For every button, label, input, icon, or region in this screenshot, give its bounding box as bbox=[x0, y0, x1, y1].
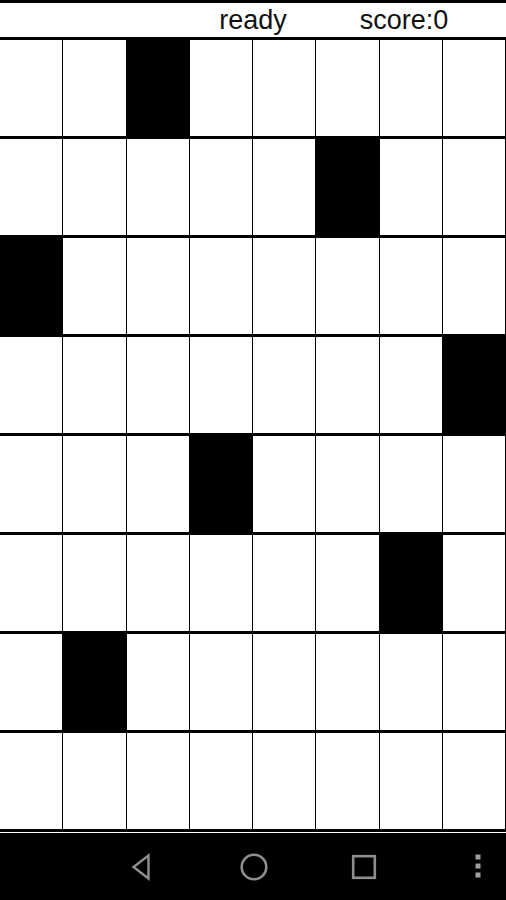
white-tile[interactable] bbox=[190, 535, 253, 634]
white-tile[interactable] bbox=[63, 139, 126, 238]
black-tile[interactable] bbox=[0, 238, 63, 337]
overflow-menu-icon[interactable] bbox=[474, 854, 482, 880]
black-tile[interactable] bbox=[127, 40, 190, 139]
white-tile[interactable] bbox=[63, 535, 126, 634]
white-tile[interactable] bbox=[190, 337, 253, 436]
back-icon[interactable] bbox=[127, 852, 155, 882]
white-tile[interactable] bbox=[380, 40, 443, 139]
black-tile[interactable] bbox=[443, 337, 506, 436]
white-tile[interactable] bbox=[127, 238, 190, 337]
game-status-text: ready bbox=[219, 3, 287, 37]
recents-icon[interactable] bbox=[351, 854, 377, 880]
white-tile[interactable] bbox=[190, 634, 253, 733]
white-tile[interactable] bbox=[0, 535, 63, 634]
white-tile[interactable] bbox=[190, 139, 253, 238]
white-tile[interactable] bbox=[443, 634, 506, 733]
white-tile[interactable] bbox=[253, 535, 316, 634]
white-tile[interactable] bbox=[253, 436, 316, 535]
white-tile[interactable] bbox=[63, 733, 126, 832]
white-tile[interactable] bbox=[63, 436, 126, 535]
home-icon[interactable] bbox=[239, 852, 269, 882]
white-tile[interactable] bbox=[253, 733, 316, 832]
white-tile[interactable] bbox=[0, 139, 63, 238]
white-tile[interactable] bbox=[316, 337, 379, 436]
white-tile[interactable] bbox=[190, 238, 253, 337]
black-tile[interactable] bbox=[63, 634, 126, 733]
white-tile[interactable] bbox=[443, 535, 506, 634]
white-tile[interactable] bbox=[253, 337, 316, 436]
white-tile[interactable] bbox=[253, 238, 316, 337]
black-tile[interactable] bbox=[190, 436, 253, 535]
black-tile[interactable] bbox=[316, 139, 379, 238]
game-header: ready score:0 bbox=[0, 3, 506, 37]
white-tile[interactable] bbox=[316, 238, 379, 337]
white-tile[interactable] bbox=[253, 139, 316, 238]
white-tile[interactable] bbox=[316, 535, 379, 634]
white-tile[interactable] bbox=[316, 634, 379, 733]
white-tile[interactable] bbox=[127, 436, 190, 535]
white-tile[interactable] bbox=[127, 337, 190, 436]
white-tile[interactable] bbox=[0, 733, 63, 832]
android-navbar bbox=[0, 833, 506, 900]
white-tile[interactable] bbox=[443, 40, 506, 139]
white-tile[interactable] bbox=[127, 535, 190, 634]
white-tile[interactable] bbox=[0, 337, 63, 436]
white-tile[interactable] bbox=[380, 139, 443, 238]
white-tile[interactable] bbox=[127, 139, 190, 238]
white-tile[interactable] bbox=[316, 436, 379, 535]
white-tile[interactable] bbox=[63, 40, 126, 139]
white-tile[interactable] bbox=[443, 139, 506, 238]
white-tile[interactable] bbox=[380, 436, 443, 535]
app-screen: ready score:0 bbox=[0, 0, 506, 900]
white-tile[interactable] bbox=[253, 40, 316, 139]
white-tile[interactable] bbox=[443, 436, 506, 535]
white-tile[interactable] bbox=[0, 436, 63, 535]
white-tile[interactable] bbox=[0, 40, 63, 139]
white-tile[interactable] bbox=[380, 733, 443, 832]
white-tile[interactable] bbox=[190, 733, 253, 832]
score-text: score:0 bbox=[360, 3, 449, 37]
white-tile[interactable] bbox=[190, 40, 253, 139]
white-tile[interactable] bbox=[380, 634, 443, 733]
white-tile[interactable] bbox=[316, 40, 379, 139]
white-tile[interactable] bbox=[380, 337, 443, 436]
white-tile[interactable] bbox=[63, 337, 126, 436]
tile-grid bbox=[0, 37, 506, 832]
white-tile[interactable] bbox=[316, 733, 379, 832]
white-tile[interactable] bbox=[380, 238, 443, 337]
white-tile[interactable] bbox=[0, 634, 63, 733]
white-tile[interactable] bbox=[443, 238, 506, 337]
white-tile[interactable] bbox=[63, 238, 126, 337]
white-tile[interactable] bbox=[443, 733, 506, 832]
white-tile[interactable] bbox=[127, 634, 190, 733]
black-tile[interactable] bbox=[380, 535, 443, 634]
white-tile[interactable] bbox=[127, 733, 190, 832]
white-tile[interactable] bbox=[253, 634, 316, 733]
